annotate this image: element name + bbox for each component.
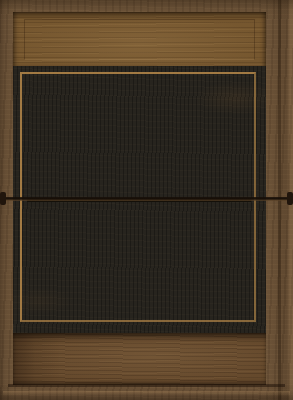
board-lower-leaf <box>27 202 251 315</box>
top-apron-panel <box>13 12 266 66</box>
fold-seam <box>0 197 293 201</box>
frame-edge-highlight <box>3 391 290 396</box>
board-upper-leaf <box>27 78 251 198</box>
bottom-apron-panel <box>13 333 266 385</box>
board-photo <box>0 0 293 400</box>
hinge-notch-left <box>0 192 6 205</box>
hinge-notch-right <box>287 192 293 205</box>
frame-rail-shadow <box>8 384 285 387</box>
